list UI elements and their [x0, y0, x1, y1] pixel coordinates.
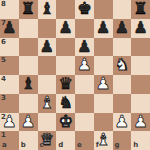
square-f6[interactable]	[94, 38, 113, 57]
piece-black-pawn: ♟	[2, 19, 17, 38]
piece-white-queen: ♛	[39, 131, 54, 150]
square-a8[interactable]: 8	[0, 0, 19, 19]
piece-black-knight: ♞	[58, 94, 73, 113]
square-e1[interactable]: e	[75, 131, 94, 150]
file-label-b: b	[21, 142, 26, 149]
square-h8[interactable]: ♜	[131, 0, 150, 19]
square-f4[interactable]: ♟	[94, 75, 113, 94]
piece-white-pawn: ♟	[2, 113, 17, 132]
piece-white-king: ♚	[58, 113, 73, 132]
piece-black-pawn: ♟	[114, 19, 129, 38]
square-f7[interactable]: ♟	[94, 19, 113, 38]
square-d4[interactable]: ♛	[56, 75, 75, 94]
piece-black-pawn: ♟	[96, 19, 111, 38]
square-e8[interactable]: ♚	[75, 0, 94, 19]
square-c2[interactable]	[38, 113, 57, 132]
square-c4[interactable]	[38, 75, 57, 94]
piece-black-pawn: ♟	[77, 38, 92, 57]
square-a7[interactable]: 7♟	[0, 19, 19, 38]
piece-white-knight: ♞	[114, 56, 129, 75]
square-g2[interactable]: ♟	[113, 113, 132, 132]
square-h4[interactable]	[131, 75, 150, 94]
piece-white-pawn: ♟	[133, 113, 148, 132]
file-label-e: e	[77, 142, 82, 149]
square-d1[interactable]: d	[56, 131, 75, 150]
square-e7[interactable]	[75, 19, 94, 38]
piece-white-pawn: ♟	[21, 113, 36, 132]
piece-black-king: ♚	[77, 0, 92, 19]
rank-label-3: 3	[1, 95, 6, 102]
square-a2[interactable]: 2♟	[0, 113, 19, 132]
square-a3[interactable]: 3	[0, 94, 19, 113]
square-d2[interactable]: ♚	[56, 113, 75, 132]
square-c7[interactable]	[38, 19, 57, 38]
square-g4[interactable]	[113, 75, 132, 94]
piece-white-bishop: ♝	[39, 94, 54, 113]
square-a4[interactable]: 4	[0, 75, 19, 94]
rank-label-5: 5	[1, 57, 6, 64]
square-f8[interactable]	[94, 0, 113, 19]
square-a6[interactable]: 6	[0, 38, 19, 57]
square-g7[interactable]: ♟	[113, 19, 132, 38]
square-f1[interactable]: f♝	[94, 131, 113, 150]
square-a5[interactable]: 5	[0, 56, 19, 75]
square-f5[interactable]	[94, 56, 113, 75]
square-e2[interactable]	[75, 113, 94, 132]
chess-board: 8♜♝♚♜7♟♟♟♟♟6♟♟5♟♞4♝♛♟3♝♞2♟♟♚♟♟1abc♛def♝g…	[0, 0, 150, 150]
square-b6[interactable]	[19, 38, 38, 57]
rank-label-8: 8	[1, 1, 6, 8]
square-h2[interactable]: ♟	[131, 113, 150, 132]
square-c3[interactable]: ♝	[38, 94, 57, 113]
square-e4[interactable]	[75, 75, 94, 94]
square-h1[interactable]: h	[131, 131, 150, 150]
square-b1[interactable]: b	[19, 131, 38, 150]
piece-white-pawn: ♟	[114, 113, 129, 132]
piece-black-bishop: ♝	[21, 75, 36, 94]
piece-black-rook: ♜	[21, 0, 36, 19]
piece-white-pawn: ♟	[77, 56, 92, 75]
square-b4[interactable]: ♝	[19, 75, 38, 94]
file-label-g: g	[115, 142, 120, 149]
square-d8[interactable]	[56, 0, 75, 19]
square-a1[interactable]: 1a	[0, 131, 19, 150]
piece-white-bishop: ♝	[96, 131, 111, 150]
square-d5[interactable]	[56, 56, 75, 75]
piece-white-pawn: ♟	[96, 75, 111, 94]
file-label-d: d	[58, 142, 63, 149]
square-h7[interactable]: ♟	[131, 19, 150, 38]
square-d3[interactable]: ♞	[56, 94, 75, 113]
square-g1[interactable]: g	[113, 131, 132, 150]
piece-black-pawn: ♟	[39, 38, 54, 57]
square-b5[interactable]	[19, 56, 38, 75]
square-f2[interactable]	[94, 113, 113, 132]
rank-label-4: 4	[1, 76, 6, 83]
square-c5[interactable]	[38, 56, 57, 75]
square-b8[interactable]: ♜	[19, 0, 38, 19]
square-g3[interactable]	[113, 94, 132, 113]
square-d6[interactable]	[56, 38, 75, 57]
square-f3[interactable]	[94, 94, 113, 113]
square-h5[interactable]	[131, 56, 150, 75]
square-d7[interactable]: ♟	[56, 19, 75, 38]
rank-label-6: 6	[1, 39, 6, 46]
square-c6[interactable]: ♟	[38, 38, 57, 57]
square-e3[interactable]	[75, 94, 94, 113]
piece-black-pawn: ♟	[133, 19, 148, 38]
square-g5[interactable]: ♞	[113, 56, 132, 75]
piece-black-queen: ♛	[58, 75, 73, 94]
piece-black-pawn: ♟	[58, 19, 73, 38]
square-b3[interactable]	[19, 94, 38, 113]
piece-black-bishop: ♝	[39, 0, 54, 19]
piece-black-rook: ♜	[133, 0, 148, 19]
square-h6[interactable]	[131, 38, 150, 57]
square-b7[interactable]	[19, 19, 38, 38]
square-c8[interactable]: ♝	[38, 0, 57, 19]
square-c1[interactable]: c♛	[38, 131, 57, 150]
rank-label-1: 1	[1, 132, 6, 139]
square-g6[interactable]	[113, 38, 132, 57]
square-b2[interactable]: ♟	[19, 113, 38, 132]
square-g8[interactable]	[113, 0, 132, 19]
square-e5[interactable]: ♟	[75, 56, 94, 75]
file-label-h: h	[133, 142, 138, 149]
square-h3[interactable]	[131, 94, 150, 113]
file-label-a: a	[2, 142, 7, 149]
square-e6[interactable]: ♟	[75, 38, 94, 57]
